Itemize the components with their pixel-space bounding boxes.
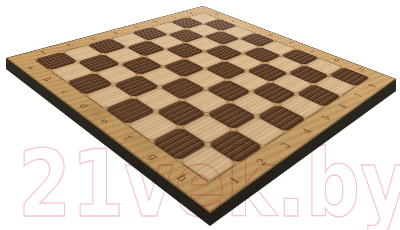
file-label-bottom-e: e <box>94 115 116 127</box>
file-label-bottom-a: a <box>22 64 40 72</box>
rank-label-right-6: 6 <box>334 101 353 111</box>
rank-label-right-5: 5 <box>317 113 337 124</box>
file-label-bottom-d: d <box>73 101 94 111</box>
file-label-bottom-f: f <box>116 132 139 145</box>
file-label-bottom-h: h <box>170 170 195 187</box>
board-grid <box>34 13 369 183</box>
rank-label-right-4: 4 <box>297 125 318 137</box>
file-label-bottom-g: g <box>141 150 165 165</box>
rank-label-right-2: 2 <box>251 155 274 170</box>
rank-label-right-1: 1 <box>223 172 248 189</box>
rank-label-right-8: 8 <box>364 82 381 90</box>
file-label-bottom-b: b <box>38 75 57 84</box>
rank-label-right-7: 7 <box>350 91 368 100</box>
file-label-bottom-c: c <box>55 87 75 96</box>
product-photo: aabbccddeeffgghh1122334455667788 21vek.b… <box>0 0 400 230</box>
rank-label-right-3: 3 <box>275 139 297 152</box>
